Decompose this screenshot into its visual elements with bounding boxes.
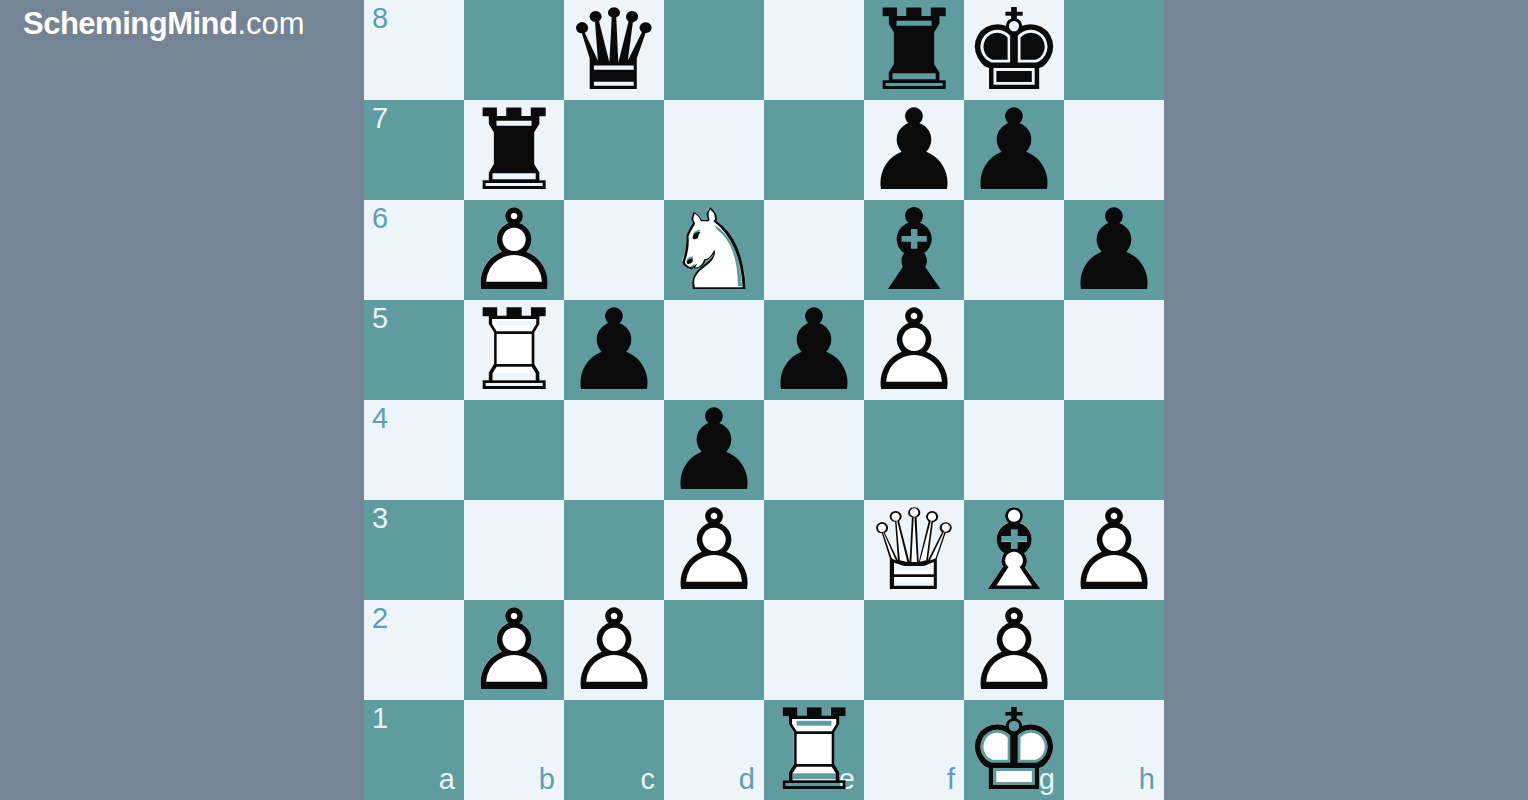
square-a1[interactable]: 1a — [364, 700, 464, 800]
rook-icon: ♜︎ — [464, 300, 564, 400]
pawn-icon: ♟︎ — [1064, 500, 1164, 600]
queen-icon: ♛︎ — [864, 500, 964, 600]
square-f4[interactable] — [864, 400, 964, 500]
square-g7[interactable]: ♟︎ — [964, 100, 1064, 200]
square-d7[interactable] — [664, 100, 764, 200]
square-b5[interactable]: ♜︎♖︎ — [464, 300, 564, 400]
square-b3[interactable] — [464, 500, 564, 600]
square-d6[interactable]: ♞︎♘︎ — [664, 200, 764, 300]
square-f3[interactable]: ♛︎♕︎ — [864, 500, 964, 600]
pawn-icon: ♟︎ — [464, 200, 564, 300]
piece-black-rook[interactable]: ♜︎ — [864, 0, 964, 100]
piece-white-queen[interactable]: ♛︎♕︎ — [864, 500, 964, 600]
file-label-h: h — [1139, 765, 1155, 794]
bishop-icon: ♝︎ — [864, 200, 964, 300]
square-b7[interactable]: ♜︎ — [464, 100, 564, 200]
piece-black-rook[interactable]: ♜︎ — [464, 100, 564, 200]
piece-white-pawn[interactable]: ♟︎♙︎ — [464, 600, 564, 700]
page: SchemingMind.com 8♛︎♜︎♚︎7♜︎♟︎♟︎6♟︎♙︎♞︎♘︎… — [0, 0, 1528, 800]
pawn-icon: ♟︎ — [764, 300, 864, 400]
piece-white-king[interactable]: ♚︎♔︎ — [964, 700, 1064, 800]
site-logo: SchemingMind.com — [23, 6, 305, 42]
square-b8[interactable] — [464, 0, 564, 100]
knight-outline-icon: ♘︎ — [664, 200, 764, 300]
pawn-icon: ♟︎ — [664, 400, 764, 500]
piece-black-pawn[interactable]: ♟︎ — [564, 300, 664, 400]
pawn-icon: ♟︎ — [864, 100, 964, 200]
square-a8[interactable]: 8 — [364, 0, 464, 100]
pawn-outline-icon: ♙︎ — [964, 600, 1064, 700]
square-c3[interactable] — [564, 500, 664, 600]
square-g6[interactable] — [964, 200, 1064, 300]
piece-white-bishop[interactable]: ♝︎♗︎ — [964, 500, 1064, 600]
square-e6[interactable] — [764, 200, 864, 300]
square-g2[interactable]: ♟︎♙︎ — [964, 600, 1064, 700]
piece-white-rook[interactable]: ♜︎♖︎ — [464, 300, 564, 400]
square-g4[interactable] — [964, 400, 1064, 500]
square-d4[interactable]: ♟︎ — [664, 400, 764, 500]
piece-black-pawn[interactable]: ♟︎ — [764, 300, 864, 400]
queen-outline-icon: ♕︎ — [864, 500, 964, 600]
piece-black-pawn[interactable]: ♟︎ — [1064, 200, 1164, 300]
square-f1[interactable]: f — [864, 700, 964, 800]
piece-white-pawn[interactable]: ♟︎♙︎ — [464, 200, 564, 300]
rank-label-2: 2 — [372, 604, 388, 633]
king-outline-icon: ♔︎ — [964, 700, 1064, 800]
square-h2[interactable] — [1064, 600, 1164, 700]
rank-label-6: 6 — [372, 204, 388, 233]
pawn-icon: ♟︎ — [1064, 200, 1164, 300]
square-c2[interactable]: ♟︎♙︎ — [564, 600, 664, 700]
square-e8[interactable] — [764, 0, 864, 100]
knight-icon: ♞︎ — [664, 200, 764, 300]
file-label-c: c — [641, 765, 656, 794]
square-a3[interactable]: 3 — [364, 500, 464, 600]
rank-label-8: 8 — [372, 4, 388, 33]
pawn-icon: ♟︎ — [964, 600, 1064, 700]
square-d3[interactable]: ♟︎♙︎ — [664, 500, 764, 600]
brand-suffix: .com — [237, 6, 304, 41]
piece-black-queen[interactable]: ♛︎ — [564, 0, 664, 100]
pawn-icon: ♟︎ — [464, 600, 564, 700]
square-c1[interactable]: c — [564, 700, 664, 800]
piece-black-king[interactable]: ♚︎ — [964, 0, 1064, 100]
rook-outline-icon: ♖︎ — [464, 300, 564, 400]
square-f8[interactable]: ♜︎ — [864, 0, 964, 100]
square-g8[interactable]: ♚︎ — [964, 0, 1064, 100]
bishop-icon: ♝︎ — [964, 500, 1064, 600]
piece-white-pawn[interactable]: ♟︎♙︎ — [864, 300, 964, 400]
square-d8[interactable] — [664, 0, 764, 100]
pawn-icon: ♟︎ — [564, 300, 664, 400]
piece-black-pawn[interactable]: ♟︎ — [664, 400, 764, 500]
piece-white-knight[interactable]: ♞︎♘︎ — [664, 200, 764, 300]
piece-white-pawn[interactable]: ♟︎♙︎ — [664, 500, 764, 600]
square-c7[interactable] — [564, 100, 664, 200]
piece-black-bishop[interactable]: ♝︎ — [864, 200, 964, 300]
queen-icon: ♛︎ — [564, 0, 664, 100]
rook-icon: ♜︎ — [864, 0, 964, 100]
pawn-outline-icon: ♙︎ — [464, 200, 564, 300]
square-d5[interactable] — [664, 300, 764, 400]
square-g1[interactable]: g♚︎♔︎ — [964, 700, 1064, 800]
file-label-b: b — [539, 765, 555, 794]
piece-black-pawn[interactable]: ♟︎ — [964, 100, 1064, 200]
king-icon: ♚︎ — [964, 700, 1064, 800]
pawn-outline-icon: ♙︎ — [1064, 500, 1164, 600]
pawn-icon: ♟︎ — [564, 600, 664, 700]
square-a7[interactable]: 7 — [364, 100, 464, 200]
king-icon: ♚︎ — [964, 0, 1064, 100]
pawn-icon: ♟︎ — [864, 300, 964, 400]
square-e1[interactable]: e♜︎♖︎ — [764, 700, 864, 800]
piece-white-pawn[interactable]: ♟︎♙︎ — [964, 600, 1064, 700]
square-c6[interactable] — [564, 200, 664, 300]
file-label-d: d — [739, 765, 755, 794]
rank-label-1: 1 — [372, 704, 388, 733]
file-label-a: a — [439, 765, 455, 794]
square-b6[interactable]: ♟︎♙︎ — [464, 200, 564, 300]
square-h7[interactable] — [1064, 100, 1164, 200]
square-a2[interactable]: 2 — [364, 600, 464, 700]
piece-white-rook[interactable]: ♜︎♖︎ — [764, 700, 864, 800]
square-d1[interactable]: d — [664, 700, 764, 800]
square-h5[interactable] — [1064, 300, 1164, 400]
square-a5[interactable]: 5 — [364, 300, 464, 400]
square-f5[interactable]: ♟︎♙︎ — [864, 300, 964, 400]
square-c8[interactable]: ♛︎ — [564, 0, 664, 100]
square-h6[interactable]: ♟︎ — [1064, 200, 1164, 300]
pawn-outline-icon: ♙︎ — [664, 500, 764, 600]
pawn-outline-icon: ♙︎ — [564, 600, 664, 700]
square-e5[interactable]: ♟︎ — [764, 300, 864, 400]
square-h3[interactable]: ♟︎♙︎ — [1064, 500, 1164, 600]
square-b1[interactable]: b — [464, 700, 564, 800]
pawn-icon: ♟︎ — [664, 500, 764, 600]
square-h8[interactable] — [1064, 0, 1164, 100]
pawn-outline-icon: ♙︎ — [464, 600, 564, 700]
square-a4[interactable]: 4 — [364, 400, 464, 500]
pawn-outline-icon: ♙︎ — [864, 300, 964, 400]
square-b4[interactable] — [464, 400, 564, 500]
rank-label-4: 4 — [372, 404, 388, 433]
rook-icon: ♜︎ — [464, 100, 564, 200]
square-e7[interactable] — [764, 100, 864, 200]
square-h1[interactable]: h — [1064, 700, 1164, 800]
chess-board: 8♛︎♜︎♚︎7♜︎♟︎♟︎6♟︎♙︎♞︎♘︎♝︎♟︎5♜︎♖︎♟︎♟︎♟︎♙︎… — [364, 0, 1164, 800]
square-e3[interactable] — [764, 500, 864, 600]
piece-white-pawn[interactable]: ♟︎♙︎ — [564, 600, 664, 700]
rank-label-5: 5 — [372, 304, 388, 333]
square-e2[interactable] — [764, 600, 864, 700]
square-g5[interactable] — [964, 300, 1064, 400]
square-c4[interactable] — [564, 400, 664, 500]
rank-label-3: 3 — [372, 504, 388, 533]
brand-name: SchemingMind — [23, 6, 237, 41]
square-h4[interactable] — [1064, 400, 1164, 500]
rank-label-7: 7 — [372, 104, 388, 133]
file-label-f: f — [947, 765, 955, 794]
square-f7[interactable]: ♟︎ — [864, 100, 964, 200]
bishop-outline-icon: ♗︎ — [964, 500, 1064, 600]
square-e4[interactable] — [764, 400, 864, 500]
rook-outline-icon: ♖︎ — [764, 700, 864, 800]
square-a6[interactable]: 6 — [364, 200, 464, 300]
square-f2[interactable] — [864, 600, 964, 700]
square-b2[interactable]: ♟︎♙︎ — [464, 600, 564, 700]
square-c5[interactable]: ♟︎ — [564, 300, 664, 400]
square-f6[interactable]: ♝︎ — [864, 200, 964, 300]
pawn-icon: ♟︎ — [964, 100, 1064, 200]
rook-icon: ♜︎ — [764, 700, 864, 800]
square-g3[interactable]: ♝︎♗︎ — [964, 500, 1064, 600]
piece-black-pawn[interactable]: ♟︎ — [864, 100, 964, 200]
square-d2[interactable] — [664, 600, 764, 700]
piece-white-pawn[interactable]: ♟︎♙︎ — [1064, 500, 1164, 600]
